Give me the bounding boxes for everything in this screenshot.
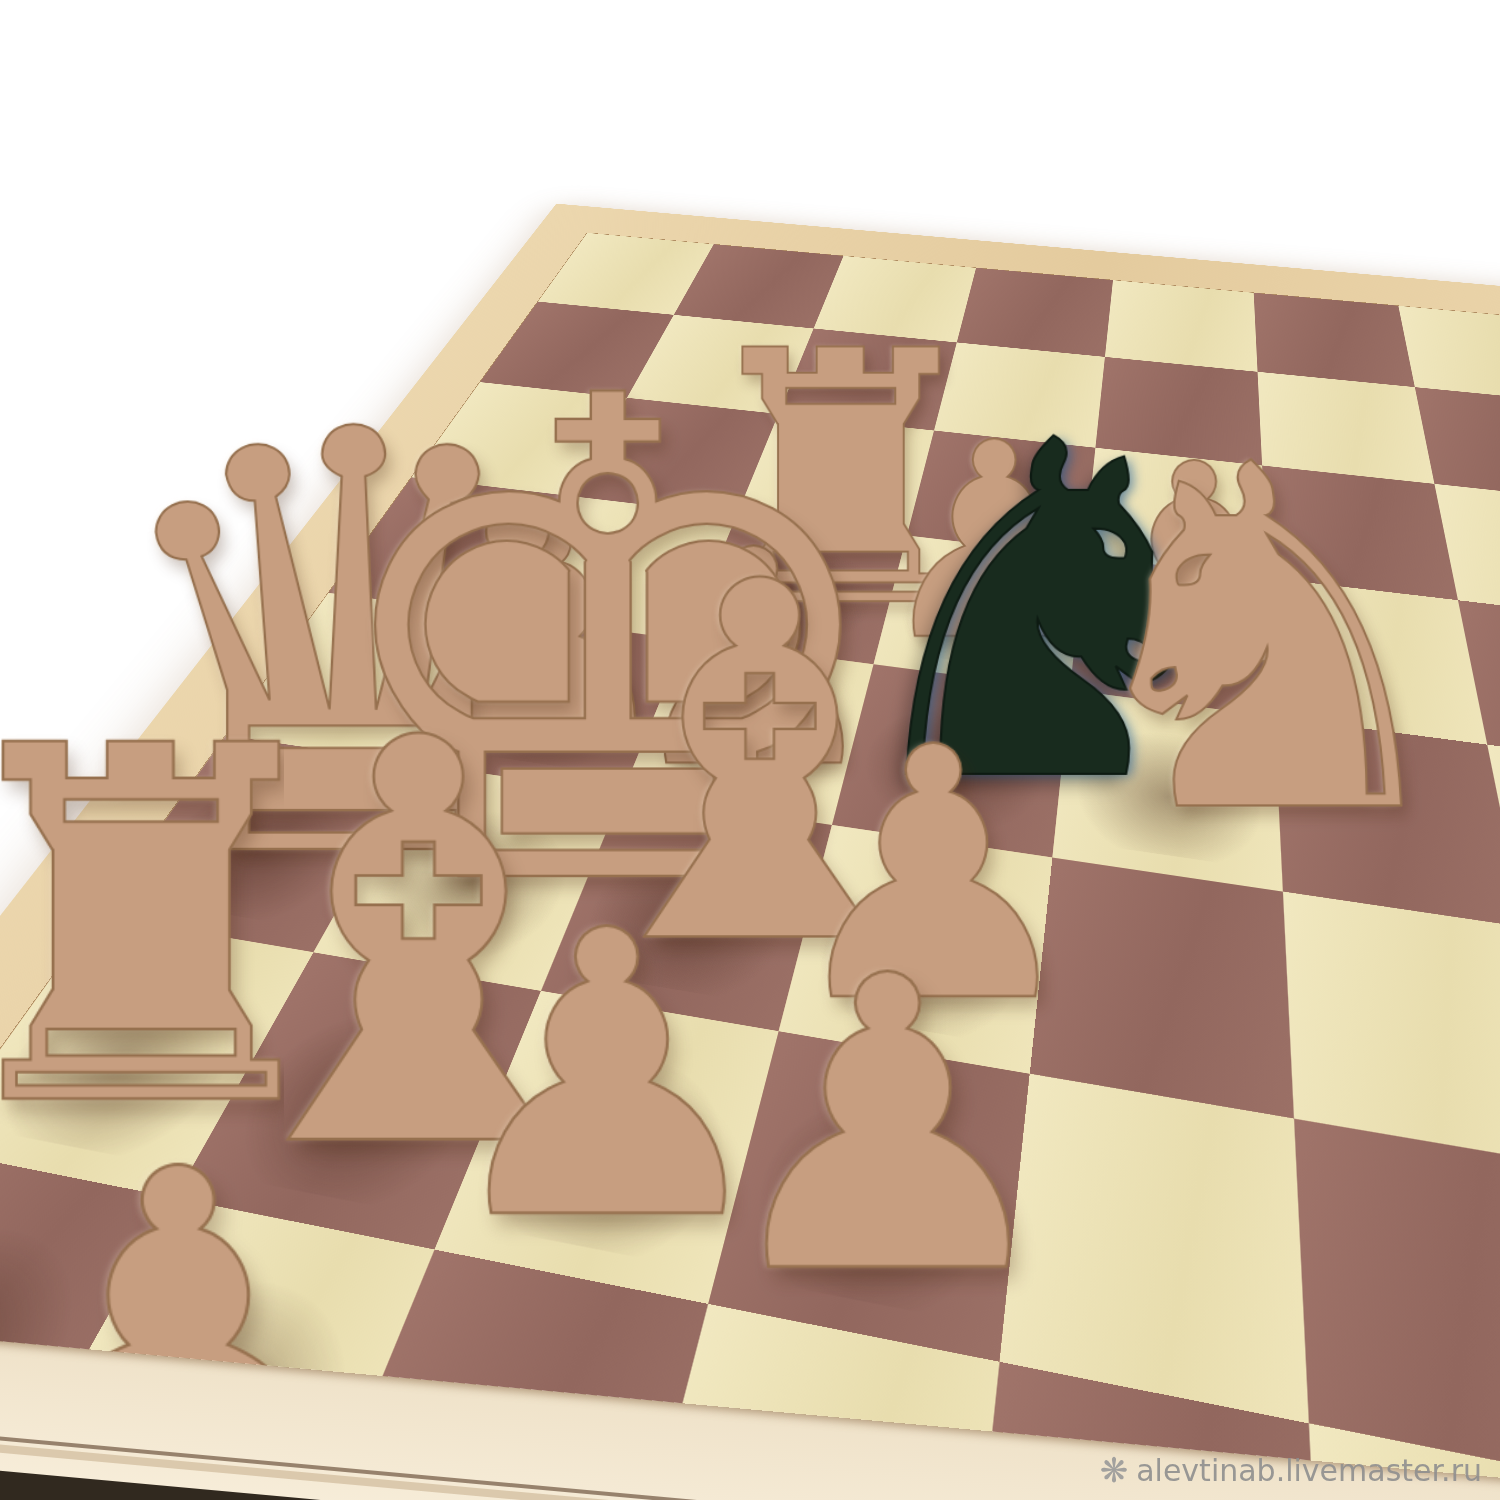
piece-shadow: [850, 692, 1055, 837]
square-f1: [813, 256, 976, 342]
square-f5: ♟: [622, 640, 874, 825]
square-e2: [934, 342, 1105, 447]
square-c3: [1262, 465, 1458, 600]
square-c4: [1267, 578, 1486, 745]
square-d2: [1095, 357, 1261, 465]
square-d1: [1105, 280, 1257, 371]
piece-shadow: [641, 666, 855, 805]
piece-shadow: [800, 860, 1035, 1046]
watermark-text: alevtinab.livemaster.ru: [1136, 1453, 1482, 1488]
watermark: ❋ alevtinab.livemaster.ru: [1100, 1450, 1482, 1490]
square-e1: [957, 268, 1113, 357]
square-d3: [1084, 447, 1267, 578]
square-e7: ♟: [708, 1031, 1029, 1363]
piece-shadow: [702, 537, 891, 648]
piece-shadow: [564, 827, 811, 1005]
square-c7: [1294, 1118, 1500, 1489]
piece-shadow: [0, 955, 278, 1167]
square-c5: [1274, 717, 1500, 927]
square-d4: ♟: [1070, 556, 1274, 716]
square-d6: [1030, 857, 1294, 1118]
piece-white-queen: ♛: [92, 372, 327, 925]
square-h4: [328, 477, 571, 615]
piece-shadow: [1083, 580, 1261, 700]
photo-canvas: ♜♟♟♟♟♞♞♛♚♝♟♜♝♟♟♞♟ HGFEDCBA ❋ alevtinab.l…: [0, 0, 1500, 1500]
chess-board: ♜♟♟♟♟♞♞♛♚♝♟♜♝♟♟♞♟ HGFEDCBA: [0, 204, 1500, 1500]
square-e4: ♟: [874, 536, 1084, 690]
piece-shadow: [889, 558, 1071, 674]
snowflake-icon: ❋: [1100, 1450, 1129, 1490]
board-scene: ♜♟♟♟♟♞♞♛♚♝♟♜♝♟♟♞♟ HGFEDCBA: [0, 0, 1500, 1500]
square-f4: ♜: [685, 516, 907, 665]
board-squares: ♜♟♟♟♟♞♞♛♚♝♟♜♝♟♟♞♟: [0, 233, 1500, 1500]
piece-shadow: [733, 1077, 1009, 1326]
square-e5: ♞: [832, 664, 1070, 857]
piece-shadow: [1068, 719, 1268, 870]
square-d5: ♞: [1052, 690, 1282, 891]
square-e3: [907, 430, 1095, 556]
